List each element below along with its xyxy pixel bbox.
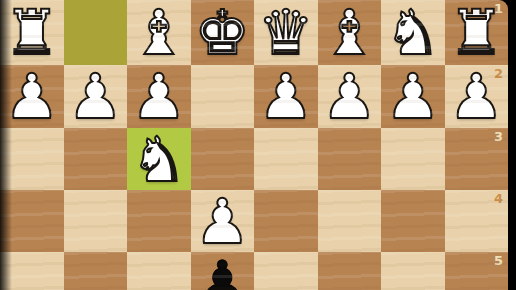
right-letterbox-bar bbox=[508, 0, 516, 290]
white-pawn-piece[interactable]: ♟ bbox=[254, 65, 318, 128]
square-h2[interactable]: ♟ bbox=[0, 65, 64, 128]
white-queen-piece[interactable]: ♛ bbox=[254, 0, 318, 65]
white-pawn-piece[interactable]: ♟ bbox=[191, 190, 255, 252]
rank-coordinate-1: 1 bbox=[494, 1, 503, 16]
square-b1[interactable]: ♞ bbox=[381, 0, 445, 65]
square-a4[interactable]: 4 bbox=[445, 190, 509, 252]
white-pawn-piece[interactable]: ♟ bbox=[0, 65, 64, 128]
square-c4[interactable] bbox=[318, 190, 382, 252]
square-e3[interactable] bbox=[191, 128, 255, 190]
rank-coordinate-5: 5 bbox=[494, 253, 503, 268]
square-g4[interactable] bbox=[64, 190, 128, 252]
white-bishop-piece[interactable]: ♝ bbox=[318, 0, 382, 65]
square-f5[interactable] bbox=[127, 252, 191, 290]
square-a5[interactable]: 5 bbox=[445, 252, 509, 290]
square-c5[interactable] bbox=[318, 252, 382, 290]
square-d5[interactable] bbox=[254, 252, 318, 290]
black-pawn-piece[interactable]: ♟ bbox=[191, 252, 255, 290]
white-knight-piece[interactable]: ♞ bbox=[381, 0, 445, 65]
board-clip: ♜♝♚♛♝♞♜1♟♟♟♟♟♟♟2♞3♟4♟5 bbox=[0, 0, 508, 290]
square-f2[interactable]: ♟ bbox=[127, 65, 191, 128]
square-h4[interactable] bbox=[0, 190, 64, 252]
square-c2[interactable]: ♟ bbox=[318, 65, 382, 128]
rank-coordinate-3: 3 bbox=[494, 129, 503, 144]
square-g5[interactable] bbox=[64, 252, 128, 290]
square-e4[interactable]: ♟ bbox=[191, 190, 255, 252]
square-d2[interactable]: ♟ bbox=[254, 65, 318, 128]
rank-coordinate-2: 2 bbox=[494, 66, 503, 81]
white-knight-piece[interactable]: ♞ bbox=[127, 128, 191, 190]
square-g2[interactable]: ♟ bbox=[64, 65, 128, 128]
square-a2[interactable]: ♟2 bbox=[445, 65, 509, 128]
white-pawn-piece[interactable]: ♟ bbox=[318, 65, 382, 128]
white-pawn-piece[interactable]: ♟ bbox=[64, 65, 128, 128]
square-g1[interactable] bbox=[64, 0, 128, 65]
square-a3[interactable]: 3 bbox=[445, 128, 509, 190]
rank-coordinate-4: 4 bbox=[494, 191, 503, 206]
white-rook-piece[interactable]: ♜ bbox=[0, 0, 64, 65]
square-b2[interactable]: ♟ bbox=[381, 65, 445, 128]
square-g3[interactable] bbox=[64, 128, 128, 190]
square-e1[interactable]: ♚ bbox=[191, 0, 255, 65]
white-pawn-piece[interactable]: ♟ bbox=[381, 65, 445, 128]
white-king-piece[interactable]: ♚ bbox=[191, 0, 255, 65]
square-b5[interactable] bbox=[381, 252, 445, 290]
chessboard: ♜♝♚♛♝♞♜1♟♟♟♟♟♟♟2♞3♟4♟5 bbox=[0, 0, 508, 290]
square-e5[interactable]: ♟ bbox=[191, 252, 255, 290]
square-h1[interactable]: ♜ bbox=[0, 0, 64, 65]
square-d4[interactable] bbox=[254, 190, 318, 252]
square-f3[interactable]: ♞ bbox=[127, 128, 191, 190]
square-f1[interactable]: ♝ bbox=[127, 0, 191, 65]
square-e2[interactable] bbox=[191, 65, 255, 128]
white-pawn-piece[interactable]: ♟ bbox=[127, 65, 191, 128]
square-b3[interactable] bbox=[381, 128, 445, 190]
chess-app-frame: ♜♝♚♛♝♞♜1♟♟♟♟♟♟♟2♞3♟4♟5 bbox=[0, 0, 516, 290]
square-b4[interactable] bbox=[381, 190, 445, 252]
white-bishop-piece[interactable]: ♝ bbox=[127, 0, 191, 65]
square-d1[interactable]: ♛ bbox=[254, 0, 318, 65]
square-f4[interactable] bbox=[127, 190, 191, 252]
square-c3[interactable] bbox=[318, 128, 382, 190]
square-h3[interactable] bbox=[0, 128, 64, 190]
square-d3[interactable] bbox=[254, 128, 318, 190]
square-c1[interactable]: ♝ bbox=[318, 0, 382, 65]
square-a1[interactable]: ♜1 bbox=[445, 0, 509, 65]
square-h5[interactable] bbox=[0, 252, 64, 290]
